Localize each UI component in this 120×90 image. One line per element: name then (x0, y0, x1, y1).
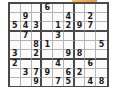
cell-r5c8[interactable] (85, 41, 96, 50)
cell-r8c2[interactable]: 3 (21, 69, 32, 78)
cell-r7c5[interactable]: 4 (53, 60, 64, 69)
cell-r6c9[interactable] (96, 50, 107, 60)
cell-r1c9[interactable] (96, 4, 107, 13)
page-background: 694254312977381532982463796297548 (0, 0, 120, 90)
cell-r4c7[interactable] (75, 32, 86, 41)
cell-r9c7[interactable] (75, 78, 86, 86)
cell-r9c3[interactable]: 9 (32, 78, 43, 86)
cell-r9c1[interactable] (10, 78, 21, 86)
cell-r7c9[interactable] (96, 60, 107, 69)
cell-r7c1[interactable]: 2 (10, 60, 21, 69)
cell-r3c9[interactable] (96, 22, 107, 32)
cell-r7c8[interactable]: 6 (85, 60, 96, 69)
cell-r1c5[interactable] (53, 4, 64, 13)
cell-r5c4[interactable]: 1 (42, 41, 53, 50)
cell-r4c2[interactable]: 7 (21, 32, 32, 41)
cell-r2c4[interactable] (42, 13, 53, 22)
cell-r9c8[interactable]: 4 (85, 78, 96, 86)
cell-r6c3[interactable]: 2 (32, 50, 43, 60)
cell-r6c4[interactable] (42, 50, 53, 60)
cell-r3c7[interactable]: 9 (75, 22, 86, 32)
cell-r1c1[interactable] (10, 4, 21, 13)
sudoku-board: 694254312977381532982463796297548 (8, 2, 109, 87)
cell-r9c6[interactable]: 5 (64, 78, 75, 86)
cell-r4c8[interactable] (85, 32, 96, 41)
cell-r8c4[interactable]: 9 (42, 69, 53, 78)
cell-r3c6[interactable]: 2 (64, 22, 75, 32)
cell-r5c5[interactable] (53, 41, 64, 50)
cell-r6c6[interactable]: 9 (64, 50, 75, 60)
cell-r1c3[interactable] (32, 4, 43, 13)
cell-r2c9[interactable] (96, 13, 107, 22)
cell-r6c2[interactable] (21, 50, 32, 60)
cell-r1c4[interactable]: 6 (42, 4, 53, 13)
cell-r3c1[interactable]: 5 (10, 22, 21, 32)
cell-r9c4[interactable] (42, 78, 53, 86)
cell-r5c9[interactable]: 5 (96, 41, 107, 50)
cell-r1c7[interactable] (75, 4, 86, 13)
cell-r5c2[interactable] (21, 41, 32, 50)
cell-r3c4[interactable] (42, 22, 53, 32)
cell-r9c2[interactable] (21, 78, 32, 86)
cell-r8c7[interactable]: 2 (75, 69, 86, 78)
cell-r6c7[interactable]: 8 (75, 50, 86, 60)
cell-r9c9[interactable]: 8 (96, 78, 107, 86)
cell-r4c5[interactable]: 3 (53, 32, 64, 41)
cell-r3c8[interactable]: 7 (85, 22, 96, 32)
cell-r3c3[interactable]: 3 (32, 22, 43, 32)
cell-r8c1[interactable] (10, 69, 21, 78)
cell-r9c5[interactable]: 7 (53, 78, 64, 86)
cell-r4c1[interactable] (10, 32, 21, 41)
cell-r4c6[interactable] (64, 32, 75, 41)
